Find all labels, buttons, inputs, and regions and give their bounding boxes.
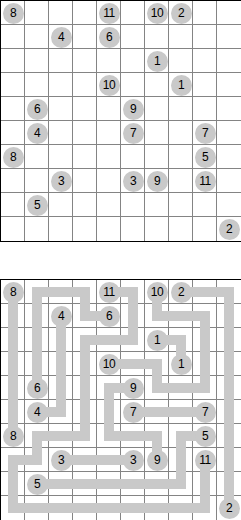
- cell: [145, 145, 169, 169]
- clue-circle: 4: [27, 402, 48, 423]
- cell: [49, 193, 73, 217]
- cell: [49, 1, 73, 25]
- cell: [217, 49, 241, 73]
- cell: [49, 73, 73, 97]
- cell: [73, 121, 97, 145]
- clue-circle: 8: [3, 426, 24, 447]
- cell: [73, 1, 97, 25]
- cell: [145, 73, 169, 97]
- clue-circle: 3: [123, 450, 144, 471]
- cell: [49, 121, 73, 145]
- clue-circle: 6: [27, 99, 48, 120]
- cell: [217, 1, 241, 25]
- cell: [1, 73, 25, 97]
- clue-circle: 10: [99, 354, 120, 375]
- clue-circle: 8: [3, 147, 24, 168]
- clue-circle: 5: [27, 195, 48, 216]
- cell: [193, 97, 217, 121]
- clue-circle: 7: [123, 402, 144, 423]
- numberlink-worksheet: 81110246110169477853391152 8111024611016…: [0, 0, 241, 520]
- cell: [97, 121, 121, 145]
- cell: [217, 25, 241, 49]
- cell: [121, 193, 145, 217]
- cell: [217, 73, 241, 97]
- cell: [97, 97, 121, 121]
- cell: [1, 49, 25, 73]
- cell: [1, 169, 25, 193]
- clue-circle: 2: [171, 3, 192, 24]
- clue-circle: 9: [147, 450, 168, 471]
- clue-circle: 11: [195, 450, 216, 471]
- cell: [169, 25, 193, 49]
- cell: [1, 217, 25, 241]
- clue-circle: 10: [99, 75, 120, 96]
- cell: [73, 73, 97, 97]
- cell: [73, 25, 97, 49]
- clue-circle: 9: [123, 99, 144, 120]
- cell: [97, 145, 121, 169]
- cell: [1, 193, 25, 217]
- cell: [217, 97, 241, 121]
- cell: [193, 49, 217, 73]
- cell: [97, 193, 121, 217]
- clue-circle: 4: [51, 306, 72, 327]
- clue-circle: 1: [147, 330, 168, 351]
- cell: [97, 49, 121, 73]
- clue-circle: 2: [219, 219, 240, 240]
- cell: [73, 97, 97, 121]
- cell: [73, 169, 97, 193]
- cell: [49, 145, 73, 169]
- cell: [169, 193, 193, 217]
- cell: [193, 25, 217, 49]
- clue-circle: 7: [123, 123, 144, 144]
- cell: [217, 121, 241, 145]
- cell: [169, 145, 193, 169]
- clue-circle: 1: [147, 51, 168, 72]
- clue-circle: 5: [27, 474, 48, 495]
- clue-circle: 5: [195, 426, 216, 447]
- cell: [145, 217, 169, 241]
- cell: [193, 217, 217, 241]
- clue-circle: 7: [195, 123, 216, 144]
- cell: [25, 1, 49, 25]
- cell: [121, 49, 145, 73]
- cell: [25, 169, 49, 193]
- cell: [169, 217, 193, 241]
- cell: [49, 217, 73, 241]
- cell: [121, 73, 145, 97]
- cell: [73, 49, 97, 73]
- clue-circle: 11: [99, 282, 120, 303]
- cell: [121, 145, 145, 169]
- cell: [145, 193, 169, 217]
- cell: [169, 121, 193, 145]
- cell: [49, 97, 73, 121]
- clue-circle: 1: [171, 75, 192, 96]
- cell: [73, 145, 97, 169]
- puzzle-board: 81110246110169477853391152: [0, 0, 241, 242]
- cell: [145, 25, 169, 49]
- solution-board: 81110246110169477853391152: [0, 279, 241, 520]
- clue-circle: 2: [171, 282, 192, 303]
- cell: [25, 145, 49, 169]
- clue-circle: 5: [195, 147, 216, 168]
- cell: [25, 73, 49, 97]
- cell: [169, 169, 193, 193]
- cell: [217, 193, 241, 217]
- clue-circle: 8: [3, 3, 24, 24]
- cell: [25, 217, 49, 241]
- cell: [193, 193, 217, 217]
- clue-circle: 11: [195, 171, 216, 192]
- cell: [1, 97, 25, 121]
- clue-circle: 10: [147, 282, 168, 303]
- cell: [145, 97, 169, 121]
- cell: [25, 25, 49, 49]
- cell: [49, 49, 73, 73]
- cell: [193, 1, 217, 25]
- cell: [121, 25, 145, 49]
- cell: [97, 169, 121, 193]
- clue-circle: 4: [51, 27, 72, 48]
- clue-circle: 6: [99, 27, 120, 48]
- cell: [121, 217, 145, 241]
- cell: [25, 49, 49, 73]
- cell: [121, 1, 145, 25]
- cell: [145, 121, 169, 145]
- clue-circle: 11: [99, 3, 120, 24]
- cell: [1, 25, 25, 49]
- clue-circle: 1: [171, 354, 192, 375]
- clue-circle: 9: [147, 171, 168, 192]
- clue-circle: 7: [195, 402, 216, 423]
- clue-circle: 3: [51, 171, 72, 192]
- cell: [217, 169, 241, 193]
- clue-circle: 2: [219, 498, 240, 519]
- cell: [73, 217, 97, 241]
- cell: [169, 49, 193, 73]
- cell: [169, 97, 193, 121]
- clue-circle: 6: [99, 306, 120, 327]
- cell: [1, 121, 25, 145]
- clue-circle: 3: [123, 171, 144, 192]
- cell: [73, 193, 97, 217]
- clue-circle: 10: [147, 3, 168, 24]
- clue-circle: 9: [123, 378, 144, 399]
- cell: [193, 73, 217, 97]
- cell: [217, 145, 241, 169]
- clue-circle: 6: [27, 378, 48, 399]
- cell: [97, 217, 121, 241]
- clue-circle: 3: [51, 450, 72, 471]
- clue-circle: 8: [3, 282, 24, 303]
- clue-circle: 4: [27, 123, 48, 144]
